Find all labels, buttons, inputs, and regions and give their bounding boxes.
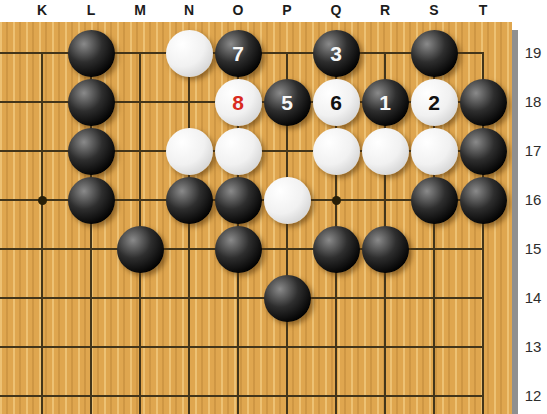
grid-hline-13 (0, 346, 484, 348)
move-number-S18: 2 (428, 92, 440, 113)
row-label-19: 19 (519, 43, 547, 63)
grid-hline-12 (0, 395, 484, 397)
move-number-Q19: 3 (330, 43, 342, 64)
grid-vline-K (41, 52, 43, 414)
stone-black-L17 (68, 128, 115, 175)
column-label-R: R (370, 0, 400, 21)
stone-black-Q15 (313, 226, 360, 273)
stone-black-T16 (460, 177, 507, 224)
go-board[interactable]: 7385612 (0, 22, 512, 414)
move-number-P18: 5 (281, 92, 293, 113)
column-label-L: L (76, 0, 106, 21)
move-number-O18: 8 (232, 92, 244, 113)
column-label-S: S (419, 0, 449, 21)
stone-black-N16 (166, 177, 213, 224)
stone-black-L18 (68, 79, 115, 126)
row-label-16: 16 (519, 190, 547, 210)
stone-black-S16 (411, 177, 458, 224)
stone-white-Q18: 6 (313, 79, 360, 126)
stone-white-P16 (264, 177, 311, 224)
stone-white-N19 (166, 30, 213, 77)
stone-black-L19 (68, 30, 115, 77)
column-label-T: T (468, 0, 498, 21)
column-label-P: P (272, 0, 302, 21)
stone-black-L16 (68, 177, 115, 224)
row-label-12: 12 (519, 386, 547, 406)
stone-black-R18: 1 (362, 79, 409, 126)
stone-black-O16 (215, 177, 262, 224)
stone-white-S17 (411, 128, 458, 175)
grid-vline-N (188, 52, 190, 414)
stone-black-T18 (460, 79, 507, 126)
row-label-17: 17 (519, 141, 547, 161)
stone-black-S19 (411, 30, 458, 77)
stone-black-P14 (264, 275, 311, 322)
stone-black-M15 (117, 226, 164, 273)
stone-black-R15 (362, 226, 409, 273)
stone-white-Q17 (313, 128, 360, 175)
stone-black-P18: 5 (264, 79, 311, 126)
stone-white-O17 (215, 128, 262, 175)
column-label-Q: Q (321, 0, 351, 21)
board-shadow (512, 30, 518, 414)
stone-white-R17 (362, 128, 409, 175)
stone-white-N17 (166, 128, 213, 175)
row-label-15: 15 (519, 239, 547, 259)
grid-hline-14 (0, 297, 484, 299)
go-diagram: 7385612 KLMNOPQRST 1918171615141312 (0, 0, 547, 414)
row-label-13: 13 (519, 337, 547, 357)
stone-black-O19: 7 (215, 30, 262, 77)
column-label-N: N (174, 0, 204, 21)
stone-black-O15 (215, 226, 262, 273)
stone-black-T17 (460, 128, 507, 175)
star-point-K16 (38, 196, 47, 205)
move-number-R18: 1 (379, 92, 391, 113)
stone-black-Q19: 3 (313, 30, 360, 77)
stone-white-S18: 2 (411, 79, 458, 126)
stone-white-O18: 8 (215, 79, 262, 126)
star-point-Q16 (332, 196, 341, 205)
row-label-18: 18 (519, 92, 547, 112)
move-number-Q18: 6 (330, 92, 342, 113)
row-label-14: 14 (519, 288, 547, 308)
column-label-O: O (223, 0, 253, 21)
column-label-M: M (125, 0, 155, 21)
column-label-K: K (27, 0, 57, 21)
move-number-O19: 7 (232, 43, 244, 64)
